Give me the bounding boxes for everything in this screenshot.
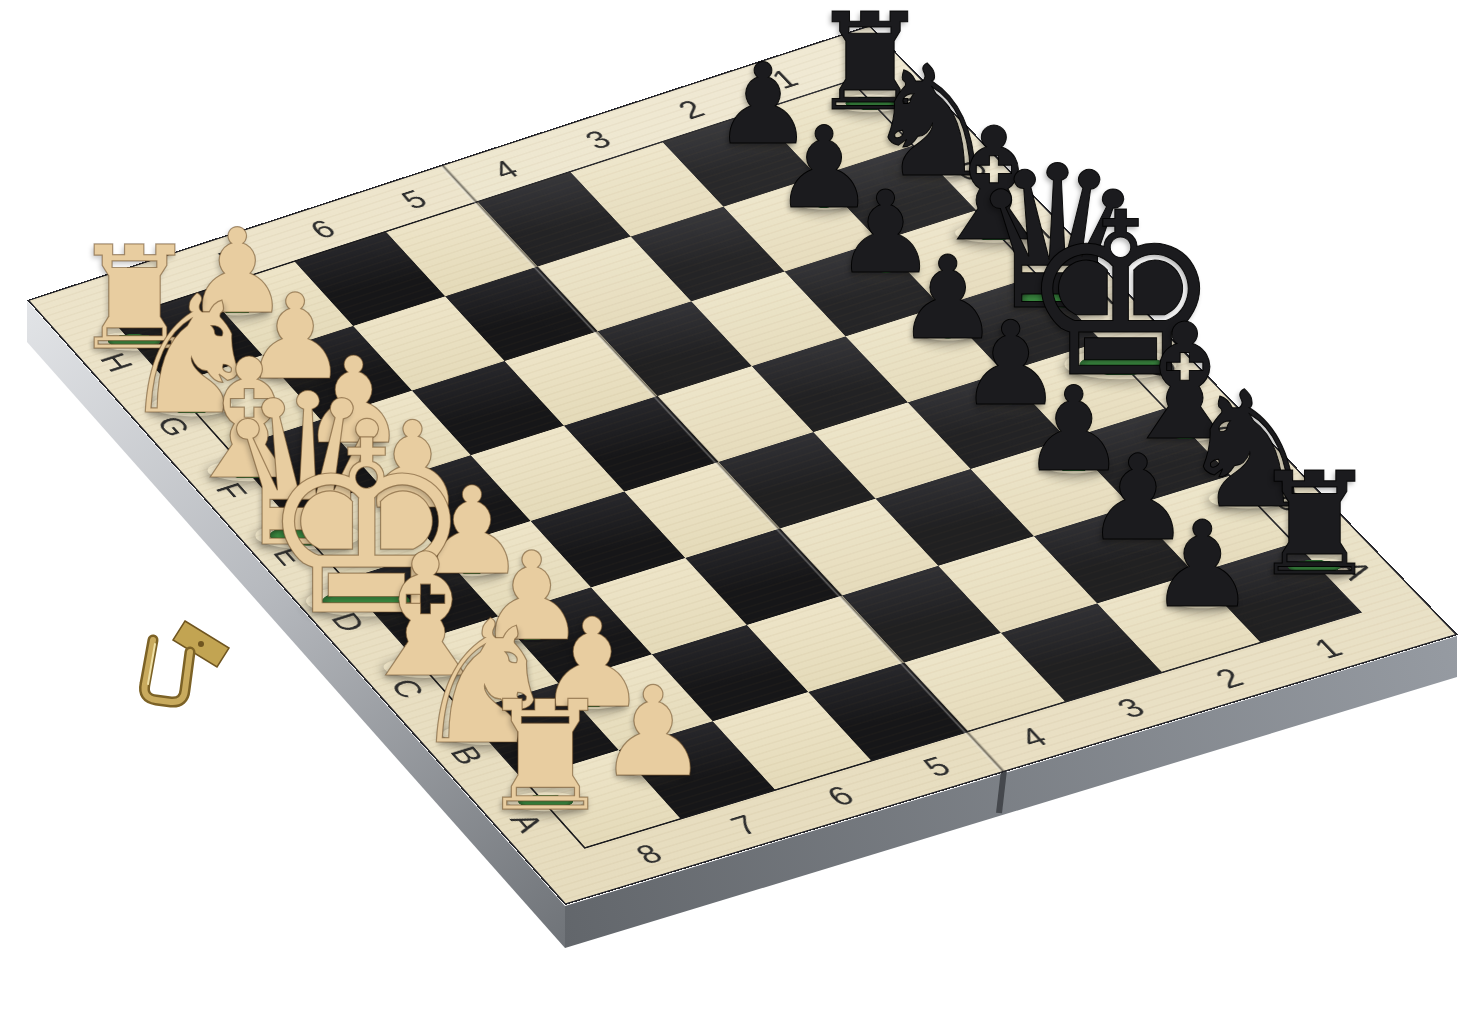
coord-rank-1-lower-right: 1 [1306,633,1350,665]
piece-white-rook-a8[interactable]: ♜ [478,680,614,832]
coord-rank-2-lower-right: 2 [1208,663,1251,695]
brass-clasp-icon [144,621,229,702]
coord-rank-4-lower-right: 4 [1013,722,1056,754]
piece-black-rook-a1[interactable]: ♜ [1250,452,1378,595]
coord-rank-6-upper-left: 6 [304,215,343,245]
coord-rank-5-lower-right: 5 [916,752,958,784]
coord-rank-6-lower-right: 6 [820,781,862,813]
coord-rank-8-lower-right: 8 [629,839,670,871]
chessboard-scene: 1234567812345678HGFEDCBAHGFEDCBA ♜♞♝♛♚♝♞… [0,0,1482,1017]
coord-rank-2-upper-left: 2 [671,95,711,125]
coord-rank-3-lower-right: 3 [1110,693,1153,725]
piece-white-pawn-a7[interactable]: ♟ [598,669,709,793]
piece-black-pawn-a2[interactable]: ♟ [1149,506,1256,625]
coord-rank-7-lower-right: 7 [724,810,766,842]
coord-rank-3-upper-left: 3 [579,125,619,155]
coord-rank-4-upper-left: 4 [486,155,526,185]
coord-rank-5-upper-left: 5 [395,185,435,215]
